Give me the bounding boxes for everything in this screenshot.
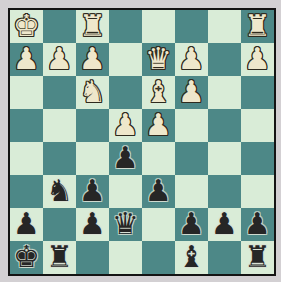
chess-board: ♚♜♜♟♟♟♛♟♟♞♝♟♟♟♟♞♟♟♟♟♛♟♟♟♚♜♝♜	[10, 10, 274, 274]
board-square[interactable]	[142, 10, 175, 43]
board-square[interactable]: ♟	[76, 208, 109, 241]
board-square[interactable]	[142, 208, 175, 241]
board-square[interactable]: ♟	[76, 43, 109, 76]
board-square[interactable]	[208, 109, 241, 142]
board-square[interactable]: ♟	[175, 208, 208, 241]
board-square[interactable]: ♟	[142, 109, 175, 142]
piece-black-bishop[interactable]: ♝	[178, 241, 205, 273]
board-square[interactable]	[208, 43, 241, 76]
board-square[interactable]: ♟	[241, 208, 274, 241]
piece-black-pawn[interactable]: ♟	[145, 175, 172, 207]
piece-white-queen[interactable]: ♛	[145, 43, 172, 75]
piece-white-knight[interactable]: ♞	[79, 76, 106, 108]
piece-white-pawn[interactable]: ♟	[244, 43, 271, 75]
board-square[interactable]	[43, 142, 76, 175]
board-square[interactable]	[109, 241, 142, 274]
board-square[interactable]	[175, 109, 208, 142]
board-square[interactable]	[109, 43, 142, 76]
board-square[interactable]: ♟	[76, 175, 109, 208]
board-square[interactable]	[76, 142, 109, 175]
board-square[interactable]: ♝	[142, 76, 175, 109]
board-square[interactable]: ♞	[76, 76, 109, 109]
board-square[interactable]	[43, 76, 76, 109]
board-square[interactable]	[241, 76, 274, 109]
board-square[interactable]: ♞	[43, 175, 76, 208]
board-square[interactable]: ♜	[241, 10, 274, 43]
board-square[interactable]	[43, 10, 76, 43]
board-square[interactable]: ♟	[109, 142, 142, 175]
piece-black-king[interactable]: ♚	[13, 241, 40, 273]
board-square[interactable]	[208, 10, 241, 43]
board-square[interactable]	[241, 175, 274, 208]
board-square[interactable]	[10, 175, 43, 208]
board-square[interactable]	[109, 175, 142, 208]
board-square[interactable]	[76, 109, 109, 142]
board-square[interactable]	[10, 76, 43, 109]
board-square[interactable]	[142, 142, 175, 175]
board-square[interactable]: ♟	[175, 43, 208, 76]
board-square[interactable]: ♚	[10, 10, 43, 43]
board-square[interactable]	[241, 109, 274, 142]
piece-black-pawn[interactable]: ♟	[79, 175, 106, 207]
piece-black-pawn[interactable]: ♟	[244, 208, 271, 240]
board-square[interactable]	[43, 109, 76, 142]
piece-black-rook[interactable]: ♜	[46, 241, 73, 273]
piece-black-queen[interactable]: ♛	[112, 208, 139, 240]
board-square[interactable]	[208, 175, 241, 208]
board-square[interactable]: ♜	[241, 241, 274, 274]
piece-white-pawn[interactable]: ♟	[178, 76, 205, 108]
piece-black-rook[interactable]: ♜	[244, 241, 271, 273]
board-square[interactable]: ♟	[10, 208, 43, 241]
board-square[interactable]	[10, 142, 43, 175]
board-square[interactable]	[76, 241, 109, 274]
piece-black-knight[interactable]: ♞	[46, 175, 73, 207]
board-square[interactable]: ♟	[175, 76, 208, 109]
piece-black-pawn[interactable]: ♟	[13, 208, 40, 240]
piece-white-pawn[interactable]: ♟	[112, 109, 139, 141]
piece-white-rook[interactable]: ♜	[244, 10, 271, 42]
board-square[interactable]	[10, 109, 43, 142]
chess-board-frame: ♚♜♜♟♟♟♛♟♟♞♝♟♟♟♟♞♟♟♟♟♛♟♟♟♚♜♝♜	[8, 8, 276, 276]
piece-white-king[interactable]: ♚	[13, 10, 40, 42]
board-square[interactable]: ♛	[142, 43, 175, 76]
board-square[interactable]: ♚	[10, 241, 43, 274]
board-square[interactable]	[109, 10, 142, 43]
board-square[interactable]: ♟	[208, 208, 241, 241]
board-square[interactable]	[208, 142, 241, 175]
piece-black-pawn[interactable]: ♟	[178, 208, 205, 240]
board-square[interactable]	[208, 76, 241, 109]
piece-white-rook[interactable]: ♜	[79, 10, 106, 42]
board-square[interactable]: ♜	[43, 241, 76, 274]
piece-black-pawn[interactable]: ♟	[211, 208, 238, 240]
board-square[interactable]: ♟	[142, 175, 175, 208]
board-square[interactable]	[175, 175, 208, 208]
board-square[interactable]	[43, 208, 76, 241]
board-square[interactable]: ♛	[109, 208, 142, 241]
board-square[interactable]	[175, 10, 208, 43]
piece-black-pawn[interactable]: ♟	[79, 208, 106, 240]
board-square[interactable]	[109, 76, 142, 109]
piece-white-pawn[interactable]: ♟	[13, 43, 40, 75]
piece-white-bishop[interactable]: ♝	[145, 76, 172, 108]
piece-white-pawn[interactable]: ♟	[79, 43, 106, 75]
board-square[interactable]: ♟	[43, 43, 76, 76]
piece-black-pawn[interactable]: ♟	[112, 142, 139, 174]
piece-white-pawn[interactable]: ♟	[145, 109, 172, 141]
board-square[interactable]: ♟	[109, 109, 142, 142]
board-square[interactable]: ♜	[76, 10, 109, 43]
board-square[interactable]	[142, 241, 175, 274]
piece-white-pawn[interactable]: ♟	[178, 43, 205, 75]
board-square[interactable]: ♝	[175, 241, 208, 274]
board-square[interactable]: ♟	[10, 43, 43, 76]
board-square[interactable]	[241, 142, 274, 175]
piece-white-pawn[interactable]: ♟	[46, 43, 73, 75]
board-square[interactable]	[208, 241, 241, 274]
board-square[interactable]: ♟	[241, 43, 274, 76]
board-square[interactable]	[175, 142, 208, 175]
